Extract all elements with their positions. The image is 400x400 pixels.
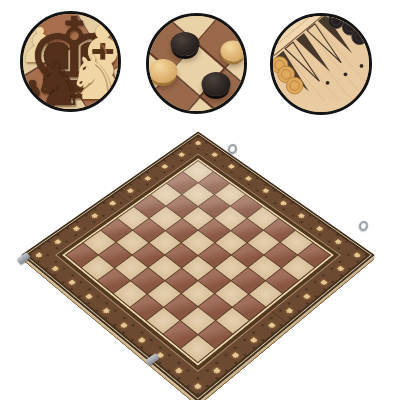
square-h5: [250, 281, 282, 306]
play-area: ♜♞♝♛♚♝♞♜♟♟♟♟♟♟♟♟♟♟♟♟♟♟♟♟♜♞♝♛♚♝♞♜: [65, 160, 331, 363]
board-grid: ♜♞♝♛♚♝♞♜♟♟♟♟♟♟♟♟♟♟♟♟♟♟♟♟♜♞♝♛♚♝♞♜: [65, 160, 331, 363]
square-h1: ♜: [181, 335, 215, 362]
chess-board-scene: ♜♞♝♛♚♝♞♜♟♟♟♟♟♟♟♟♟♟♟♟♟♟♟♟♜♞♝♛♚♝♞♜: [0, 0, 400, 400]
board-frame: ♜♞♝♛♚♝♞♜♟♟♟♟♟♟♟♟♟♟♟♟♟♟♟♟♜♞♝♛♚♝♞♜: [21, 132, 375, 400]
chess-board: ♜♞♝♛♚♝♞♜♟♟♟♟♟♟♟♟♟♟♟♟♟♟♟♟♜♞♝♛♚♝♞♜: [21, 132, 375, 400]
product-photo: ♟♚♝♞♞♟: [0, 0, 400, 400]
